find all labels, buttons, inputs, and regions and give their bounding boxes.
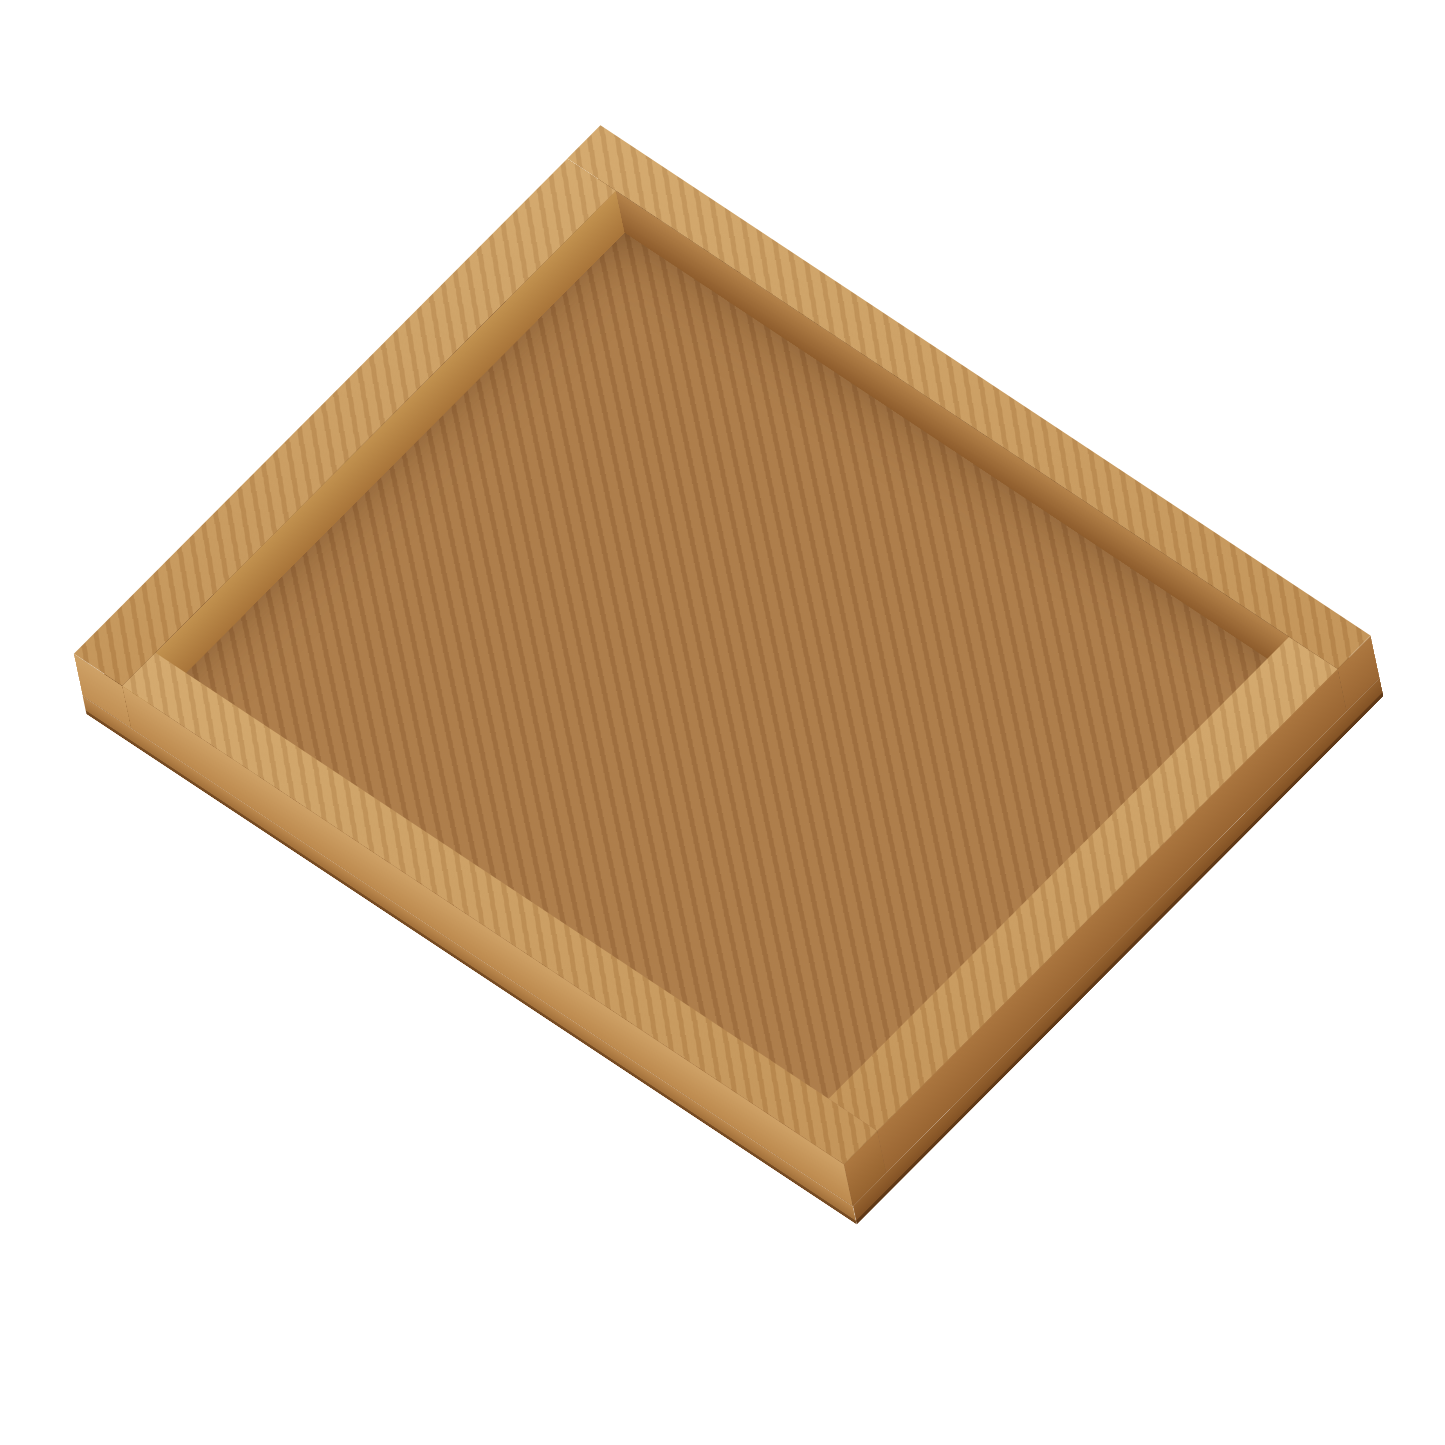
tictactoe-board: X O X O xyxy=(86,186,1383,1225)
product-photo: X O X O xyxy=(0,0,1445,1445)
